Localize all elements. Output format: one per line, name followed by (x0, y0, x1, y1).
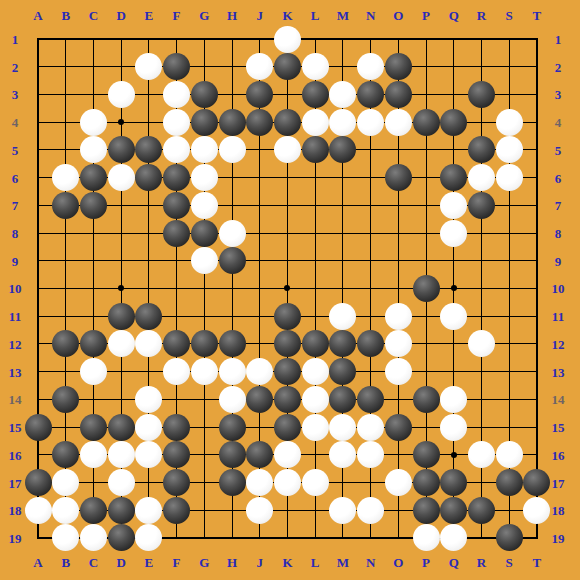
black-stone-D19[interactable] (108, 524, 135, 551)
hoshi-point-Q16 (451, 452, 457, 458)
white-stone-S5[interactable] (496, 136, 523, 163)
row-label-right-3: 3 (555, 88, 562, 101)
white-stone-O4[interactable] (385, 109, 412, 136)
row-label-right-2: 2 (555, 60, 562, 73)
white-stone-H14[interactable] (219, 386, 246, 413)
white-stone-R6[interactable] (468, 164, 495, 191)
white-stone-A18[interactable] (25, 497, 52, 524)
black-stone-Q18[interactable] (440, 497, 467, 524)
row-label-right-7: 7 (555, 199, 562, 212)
white-stone-Q8[interactable] (440, 220, 467, 247)
row-label-left-9: 9 (12, 254, 19, 267)
black-stone-R7[interactable] (468, 192, 495, 219)
row-label-left-2: 2 (12, 60, 19, 73)
go-board-screen: AABBCCDDEEFFGGHHJJKKLLMMNNOOPPQQRRSSTT11… (0, 0, 580, 580)
black-stone-G8[interactable] (191, 220, 218, 247)
row-label-left-7: 7 (12, 199, 19, 212)
black-stone-P16[interactable] (413, 441, 440, 468)
row-label-left-5: 5 (12, 143, 19, 156)
black-stone-O2[interactable] (385, 53, 412, 80)
col-label-top-S: S (506, 9, 513, 22)
black-stone-G4[interactable] (191, 109, 218, 136)
black-stone-S19[interactable] (496, 524, 523, 551)
white-stone-S4[interactable] (496, 109, 523, 136)
white-stone-G13[interactable] (191, 358, 218, 385)
white-stone-E15[interactable] (135, 414, 162, 441)
black-stone-L3[interactable] (302, 81, 329, 108)
row-label-right-4: 4 (555, 116, 562, 129)
black-stone-K2[interactable] (274, 53, 301, 80)
row-label-right-12: 12 (552, 337, 565, 350)
white-stone-Q14[interactable] (440, 386, 467, 413)
black-stone-C18[interactable] (80, 497, 107, 524)
black-stone-P4[interactable] (413, 109, 440, 136)
white-stone-Q7[interactable] (440, 192, 467, 219)
col-label-bottom-Q: Q (449, 556, 459, 569)
col-label-bottom-F: F (173, 556, 181, 569)
white-stone-L17[interactable] (302, 469, 329, 496)
black-stone-F6[interactable] (163, 164, 190, 191)
black-stone-R3[interactable] (468, 81, 495, 108)
col-label-top-N: N (366, 9, 375, 22)
row-label-left-19: 19 (9, 531, 22, 544)
row-label-right-17: 17 (552, 476, 565, 489)
white-stone-F4[interactable] (163, 109, 190, 136)
col-label-top-G: G (199, 9, 209, 22)
black-stone-J3[interactable] (246, 81, 273, 108)
white-stone-D6[interactable] (108, 164, 135, 191)
black-stone-C6[interactable] (80, 164, 107, 191)
row-label-right-6: 6 (555, 171, 562, 184)
white-stone-H5[interactable] (219, 136, 246, 163)
white-stone-L4[interactable] (302, 109, 329, 136)
col-label-bottom-S: S (506, 556, 513, 569)
black-stone-H15[interactable] (219, 414, 246, 441)
black-stone-F15[interactable] (163, 414, 190, 441)
col-label-top-R: R (477, 9, 486, 22)
row-label-right-9: 9 (555, 254, 562, 267)
col-label-bottom-R: R (477, 556, 486, 569)
col-label-top-A: A (33, 9, 42, 22)
row-label-right-5: 5 (555, 143, 562, 156)
white-stone-M11[interactable] (329, 303, 356, 330)
black-stone-G3[interactable] (191, 81, 218, 108)
white-stone-D3[interactable] (108, 81, 135, 108)
col-label-bottom-J: J (257, 556, 264, 569)
white-stone-P19[interactable] (413, 524, 440, 551)
col-label-top-C: C (89, 9, 98, 22)
white-stone-E18[interactable] (135, 497, 162, 524)
black-stone-K4[interactable] (274, 109, 301, 136)
col-label-top-K: K (282, 9, 292, 22)
black-stone-D15[interactable] (108, 414, 135, 441)
white-stone-B18[interactable] (52, 497, 79, 524)
col-label-bottom-B: B (61, 556, 70, 569)
black-stone-E11[interactable] (135, 303, 162, 330)
white-stone-O13[interactable] (385, 358, 412, 385)
row-label-left-18: 18 (9, 504, 22, 517)
white-stone-C19[interactable] (80, 524, 107, 551)
black-stone-P10[interactable] (413, 275, 440, 302)
black-stone-Q4[interactable] (440, 109, 467, 136)
black-stone-N14[interactable] (357, 386, 384, 413)
white-stone-H8[interactable] (219, 220, 246, 247)
row-label-left-15: 15 (9, 421, 22, 434)
col-label-top-O: O (393, 9, 403, 22)
white-stone-F3[interactable] (163, 81, 190, 108)
col-label-bottom-N: N (366, 556, 375, 569)
row-label-left-11: 11 (9, 310, 21, 323)
white-stone-M4[interactable] (329, 109, 356, 136)
black-stone-H4[interactable] (219, 109, 246, 136)
black-stone-A15[interactable] (25, 414, 52, 441)
col-label-bottom-M: M (337, 556, 349, 569)
white-stone-B19[interactable] (52, 524, 79, 551)
black-stone-B14[interactable] (52, 386, 79, 413)
col-label-bottom-H: H (227, 556, 237, 569)
black-stone-K14[interactable] (274, 386, 301, 413)
col-label-top-F: F (173, 9, 181, 22)
col-label-top-D: D (116, 9, 125, 22)
black-stone-F18[interactable] (163, 497, 190, 524)
white-stone-Q15[interactable] (440, 414, 467, 441)
col-label-bottom-E: E (145, 556, 154, 569)
white-stone-L15[interactable] (302, 414, 329, 441)
white-stone-G7[interactable] (191, 192, 218, 219)
col-label-top-M: M (337, 9, 349, 22)
black-stone-J4[interactable] (246, 109, 273, 136)
black-stone-D5[interactable] (108, 136, 135, 163)
black-stone-D18[interactable] (108, 497, 135, 524)
white-stone-L2[interactable] (302, 53, 329, 80)
white-stone-Q19[interactable] (440, 524, 467, 551)
black-stone-L5[interactable] (302, 136, 329, 163)
white-stone-S6[interactable] (496, 164, 523, 191)
white-stone-K17[interactable] (274, 469, 301, 496)
black-stone-L12[interactable] (302, 330, 329, 357)
col-label-top-B: B (61, 9, 70, 22)
row-label-right-15: 15 (552, 421, 565, 434)
white-stone-N4[interactable] (357, 109, 384, 136)
col-label-bottom-L: L (311, 556, 320, 569)
black-stone-P17[interactable] (413, 469, 440, 496)
black-stone-C7[interactable] (80, 192, 107, 219)
black-stone-S17[interactable] (496, 469, 523, 496)
col-label-bottom-K: K (282, 556, 292, 569)
row-label-left-17: 17 (9, 476, 22, 489)
col-label-bottom-P: P (422, 556, 430, 569)
row-label-left-10: 10 (9, 282, 22, 295)
black-stone-C15[interactable] (80, 414, 107, 441)
white-stone-S16[interactable] (496, 441, 523, 468)
col-label-top-L: L (311, 9, 320, 22)
black-stone-H17[interactable] (219, 469, 246, 496)
row-label-right-19: 19 (552, 531, 565, 544)
row-label-right-8: 8 (555, 227, 562, 240)
col-label-bottom-G: G (199, 556, 209, 569)
black-stone-K15[interactable] (274, 414, 301, 441)
white-stone-J18[interactable] (246, 497, 273, 524)
black-stone-H16[interactable] (219, 441, 246, 468)
black-stone-D11[interactable] (108, 303, 135, 330)
col-label-top-P: P (422, 9, 430, 22)
col-label-bottom-A: A (33, 556, 42, 569)
white-stone-L14[interactable] (302, 386, 329, 413)
goban[interactable]: AABBCCDDEEFFGGHHJJKKLLMMNNOOPPQQRRSSTT11… (0, 0, 580, 580)
black-stone-F8[interactable] (163, 220, 190, 247)
row-label-right-11: 11 (552, 310, 564, 323)
white-stone-O17[interactable] (385, 469, 412, 496)
row-label-right-13: 13 (552, 365, 565, 378)
white-stone-D16[interactable] (108, 441, 135, 468)
black-stone-O15[interactable] (385, 414, 412, 441)
col-label-bottom-O: O (393, 556, 403, 569)
white-stone-T18[interactable] (523, 497, 550, 524)
row-label-left-16: 16 (9, 448, 22, 461)
white-stone-H13[interactable] (219, 358, 246, 385)
col-label-top-E: E (145, 9, 154, 22)
row-label-left-8: 8 (12, 227, 19, 240)
col-label-top-J: J (257, 9, 264, 22)
row-label-left-6: 6 (12, 171, 19, 184)
white-stone-E19[interactable] (135, 524, 162, 551)
black-stone-H9[interactable] (219, 247, 246, 274)
black-stone-P14[interactable] (413, 386, 440, 413)
white-stone-G6[interactable] (191, 164, 218, 191)
white-stone-C13[interactable] (80, 358, 107, 385)
white-stone-O11[interactable] (385, 303, 412, 330)
white-stone-G9[interactable] (191, 247, 218, 274)
row-label-left-1: 1 (12, 33, 19, 46)
col-label-bottom-D: D (116, 556, 125, 569)
white-stone-K1[interactable] (274, 26, 301, 53)
black-stone-F17[interactable] (163, 469, 190, 496)
black-stone-K13[interactable] (274, 358, 301, 385)
row-label-right-14: 14 (552, 393, 565, 406)
row-label-right-18: 18 (552, 504, 565, 517)
col-label-top-T: T (533, 9, 542, 22)
row-label-left-13: 13 (9, 365, 22, 378)
col-label-bottom-C: C (89, 556, 98, 569)
black-stone-P18[interactable] (413, 497, 440, 524)
white-stone-M18[interactable] (329, 497, 356, 524)
black-stone-K11[interactable] (274, 303, 301, 330)
black-stone-O3[interactable] (385, 81, 412, 108)
black-stone-F7[interactable] (163, 192, 190, 219)
row-label-left-14: 14 (9, 393, 22, 406)
white-stone-N18[interactable] (357, 497, 384, 524)
white-stone-L13[interactable] (302, 358, 329, 385)
black-stone-A17[interactable] (25, 469, 52, 496)
white-stone-N15[interactable] (357, 414, 384, 441)
row-label-left-3: 3 (12, 88, 19, 101)
row-label-right-1: 1 (555, 33, 562, 46)
white-stone-C4[interactable] (80, 109, 107, 136)
white-stone-M15[interactable] (329, 414, 356, 441)
white-stone-D12[interactable] (108, 330, 135, 357)
col-label-top-H: H (227, 9, 237, 22)
row-label-left-4: 4 (12, 116, 19, 129)
col-label-bottom-T: T (533, 556, 542, 569)
black-stone-R18[interactable] (468, 497, 495, 524)
black-stone-O6[interactable] (385, 164, 412, 191)
black-stone-B7[interactable] (52, 192, 79, 219)
row-label-right-16: 16 (552, 448, 565, 461)
row-label-left-12: 12 (9, 337, 22, 350)
white-stone-G5[interactable] (191, 136, 218, 163)
black-stone-T17[interactable] (523, 469, 550, 496)
white-stone-D17[interactable] (108, 469, 135, 496)
white-stone-Q11[interactable] (440, 303, 467, 330)
col-label-top-Q: Q (449, 9, 459, 22)
black-stone-H12[interactable] (219, 330, 246, 357)
black-stone-J14[interactable] (246, 386, 273, 413)
row-label-right-10: 10 (552, 282, 565, 295)
black-stone-N3[interactable] (357, 81, 384, 108)
